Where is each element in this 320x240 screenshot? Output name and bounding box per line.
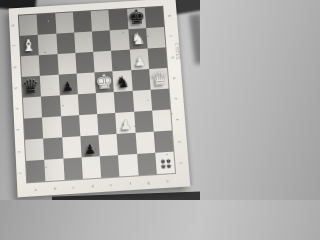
rank-label-7: 7	[167, 33, 176, 38]
file-label-d: d	[88, 183, 96, 188]
rank-label-1: 1	[177, 160, 186, 166]
file-label-f: f	[126, 181, 134, 186]
rank-label-7: 7	[10, 44, 19, 48]
rank-label-1: 1	[16, 171, 25, 175]
rank-label-5: 5	[12, 85, 21, 89]
piece-white-bishop[interactable]: ♝	[21, 38, 36, 54]
file-label-g: g	[144, 180, 152, 185]
board-playing-area: ♚♚♚♚ ♚♝♞♟♛♟♚♞♛♟♟	[18, 6, 176, 184]
file-label-c: c	[69, 184, 77, 189]
rank-label-6: 6	[11, 64, 20, 68]
rank-label-2: 2	[15, 149, 24, 153]
piece-black-queen[interactable]: ♛	[22, 77, 40, 97]
file-label-a: a	[32, 187, 40, 192]
piece-white-knight[interactable]: ♞	[131, 31, 146, 47]
piece-black-pawn[interactable]: ♟	[84, 142, 97, 156]
rank-label-3: 3	[14, 128, 23, 132]
file-label-h: h	[163, 179, 171, 184]
file-label-e: e	[107, 182, 115, 187]
rank-label-8: 8	[9, 23, 18, 27]
piece-white-pawn[interactable]: ♟	[120, 119, 133, 133]
piece-white-king[interactable]: ♚	[95, 71, 114, 92]
piece-black-pawn[interactable]: ♟	[61, 80, 73, 94]
table-shadow-right	[189, 13, 200, 64]
pieces-layer: ♚♝♞♟♛♟♚♞♛♟♟	[18, 6, 176, 184]
rank-label-8: 8	[165, 13, 174, 18]
file-label-b: b	[51, 186, 59, 191]
piece-white-queen[interactable]: ♛	[150, 69, 168, 89]
rank-label-3: 3	[173, 117, 182, 123]
rank-label-2: 2	[175, 138, 184, 144]
piece-black-knight[interactable]: ♞	[115, 74, 130, 91]
rank-label-4: 4	[172, 96, 181, 102]
piece-white-pawn[interactable]: ♟	[134, 54, 146, 67]
piece-black-king[interactable]: ♚	[127, 7, 146, 27]
rank-label-4: 4	[13, 106, 22, 110]
photo-scene: ♚♚♚♚ ♚♝♞♟♛♟♚♞♛♟♟ abcdefgh 87654321 87654…	[0, 0, 200, 200]
chess-board: ♚♚♚♚ ♚♝♞♟♛♟♚♞♛♟♟ abcdefgh 87654321 87654…	[9, 0, 191, 197]
rank-label-5: 5	[170, 75, 179, 81]
board-brand: CHESS	[174, 43, 180, 60]
